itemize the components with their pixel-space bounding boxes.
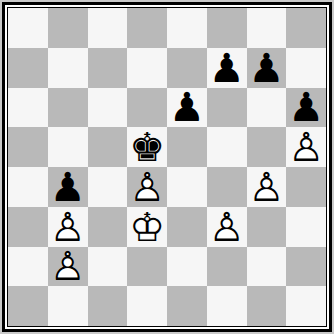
board-frame-band: ♟♟♟♟♚♟♙♟♟♙♟♙♟♙♚♔♟♙♟♙ (2, 2, 332, 332)
black-pawn-h6: ♟ (286, 88, 326, 128)
black-pawn-f7: ♟ (207, 48, 247, 88)
square-c4[interactable] (88, 167, 128, 207)
square-e3[interactable] (167, 207, 207, 247)
white-pawn-outline-glyph: ♙ (207, 207, 247, 247)
square-g7[interactable]: ♟ (247, 48, 287, 88)
board-frame-gap: ♟♟♟♟♚♟♙♟♟♙♟♙♟♙♚♔♟♙♟♙ (5, 5, 329, 329)
square-h2[interactable] (286, 247, 326, 287)
square-d4[interactable]: ♟♙ (127, 167, 167, 207)
square-f3[interactable]: ♟♙ (207, 207, 247, 247)
square-e2[interactable] (167, 247, 207, 287)
square-g5[interactable] (247, 127, 287, 167)
white-king-outline-glyph: ♔ (127, 207, 167, 247)
square-f7[interactable]: ♟ (207, 48, 247, 88)
white-pawn-f3: ♟♙ (207, 207, 247, 247)
white-pawn-b3: ♟♙ (48, 207, 88, 247)
black-king-glyph: ♚ (127, 127, 167, 167)
square-a8[interactable] (8, 8, 48, 48)
white-king-d3: ♚♔ (127, 207, 167, 247)
square-f5[interactable] (207, 127, 247, 167)
square-f6[interactable] (207, 88, 247, 128)
square-a5[interactable] (8, 127, 48, 167)
square-c2[interactable] (88, 247, 128, 287)
square-c5[interactable] (88, 127, 128, 167)
square-h6[interactable]: ♟ (286, 88, 326, 128)
square-e4[interactable] (167, 167, 207, 207)
white-pawn-d4: ♟♙ (127, 167, 167, 207)
square-d5[interactable]: ♚ (127, 127, 167, 167)
square-b6[interactable] (48, 88, 88, 128)
black-pawn-g7: ♟ (247, 48, 287, 88)
square-b3[interactable]: ♟♙ (48, 207, 88, 247)
board-frame-outer: ♟♟♟♟♚♟♙♟♟♙♟♙♟♙♚♔♟♙♟♙ (0, 0, 334, 334)
square-g8[interactable] (247, 8, 287, 48)
square-b2[interactable]: ♟♙ (48, 247, 88, 287)
square-b4[interactable]: ♟ (48, 167, 88, 207)
black-pawn-glyph: ♟ (247, 48, 287, 88)
square-b8[interactable] (48, 8, 88, 48)
square-g1[interactable] (247, 286, 287, 326)
square-h4[interactable] (286, 167, 326, 207)
white-pawn-outline-glyph: ♙ (48, 247, 88, 287)
white-pawn-outline-glyph: ♙ (286, 127, 326, 167)
square-e7[interactable] (167, 48, 207, 88)
square-e8[interactable] (167, 8, 207, 48)
square-h7[interactable] (286, 48, 326, 88)
square-c6[interactable] (88, 88, 128, 128)
square-h5[interactable]: ♟♙ (286, 127, 326, 167)
white-pawn-g4: ♟♙ (247, 167, 287, 207)
square-a4[interactable] (8, 167, 48, 207)
square-e5[interactable] (167, 127, 207, 167)
square-c1[interactable] (88, 286, 128, 326)
white-pawn-outline-glyph: ♙ (247, 167, 287, 207)
square-a1[interactable] (8, 286, 48, 326)
square-a6[interactable] (8, 88, 48, 128)
square-e1[interactable] (167, 286, 207, 326)
square-d2[interactable] (127, 247, 167, 287)
square-c7[interactable] (88, 48, 128, 88)
square-g4[interactable]: ♟♙ (247, 167, 287, 207)
square-d3[interactable]: ♚♔ (127, 207, 167, 247)
square-h3[interactable] (286, 207, 326, 247)
square-h1[interactable] (286, 286, 326, 326)
square-g6[interactable] (247, 88, 287, 128)
square-d1[interactable] (127, 286, 167, 326)
white-pawn-outline-glyph: ♙ (48, 207, 88, 247)
square-b7[interactable] (48, 48, 88, 88)
square-h8[interactable] (286, 8, 326, 48)
square-d7[interactable] (127, 48, 167, 88)
black-pawn-glyph: ♟ (48, 167, 88, 207)
white-pawn-b2: ♟♙ (48, 247, 88, 287)
board-frame-inner-line: ♟♟♟♟♚♟♙♟♟♙♟♙♟♙♚♔♟♙♟♙ (7, 7, 327, 327)
square-d8[interactable] (127, 8, 167, 48)
black-king-d5: ♚ (127, 127, 167, 167)
black-pawn-e6: ♟ (167, 88, 207, 128)
square-f1[interactable] (207, 286, 247, 326)
square-d6[interactable] (127, 88, 167, 128)
square-g3[interactable] (247, 207, 287, 247)
black-pawn-b4: ♟ (48, 167, 88, 207)
white-pawn-outline-glyph: ♙ (127, 167, 167, 207)
black-pawn-glyph: ♟ (167, 88, 207, 128)
square-f4[interactable] (207, 167, 247, 207)
square-a7[interactable] (8, 48, 48, 88)
square-f8[interactable] (207, 8, 247, 48)
square-b5[interactable] (48, 127, 88, 167)
chess-diagram-page: ♟♟♟♟♚♟♙♟♟♙♟♙♟♙♚♔♟♙♟♙ (0, 0, 334, 334)
square-a2[interactable] (8, 247, 48, 287)
square-c8[interactable] (88, 8, 128, 48)
square-f2[interactable] (207, 247, 247, 287)
square-e6[interactable]: ♟ (167, 88, 207, 128)
square-a3[interactable] (8, 207, 48, 247)
square-c3[interactable] (88, 207, 128, 247)
black-pawn-glyph: ♟ (207, 48, 247, 88)
chess-board: ♟♟♟♟♚♟♙♟♟♙♟♙♟♙♚♔♟♙♟♙ (8, 8, 326, 326)
square-g2[interactable] (247, 247, 287, 287)
square-b1[interactable] (48, 286, 88, 326)
black-pawn-glyph: ♟ (286, 88, 326, 128)
white-pawn-h5: ♟♙ (286, 127, 326, 167)
